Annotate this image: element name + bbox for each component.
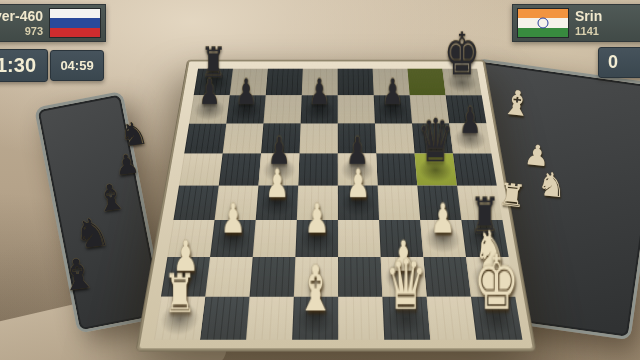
square-g8[interactable] [407, 69, 445, 95]
square-c8[interactable] [266, 69, 303, 95]
square-g2[interactable] [423, 257, 471, 297]
captured-white-rook: ♜ [497, 179, 528, 213]
square-e3[interactable] [338, 220, 381, 257]
square-h6[interactable]: ♟ [449, 123, 491, 153]
square-d6[interactable] [299, 123, 337, 153]
square-b7[interactable]: ♟ [226, 95, 265, 123]
square-b5[interactable] [219, 153, 261, 185]
captured-black-knight: ♞ [118, 116, 151, 152]
russia-flag-icon [49, 8, 101, 38]
white-rook-a1[interactable]: ♜ [163, 267, 196, 320]
square-d7[interactable]: ♟ [301, 95, 338, 123]
square-c2[interactable] [250, 257, 296, 297]
square-b1[interactable] [200, 297, 250, 340]
square-f5[interactable] [376, 153, 417, 185]
black-pawn-d7[interactable]: ♟ [308, 75, 330, 111]
white-pawn-b3[interactable]: ♟ [221, 199, 246, 240]
square-a6[interactable] [184, 123, 226, 153]
square-e4[interactable]: ♟ [338, 186, 379, 220]
player-name-left: yer-460 [0, 9, 43, 24]
black-queen-g5[interactable]: ♛ [417, 111, 454, 171]
white-pawn-e4[interactable]: ♟ [346, 165, 370, 204]
square-a7[interactable]: ♟ [189, 95, 230, 123]
player-rating-right: 1141 [575, 25, 602, 37]
game-clock-left: 04:59 [50, 50, 104, 81]
black-pawn-b7[interactable]: ♟ [235, 75, 257, 111]
square-f6[interactable] [375, 123, 415, 153]
square-f1[interactable]: ♛ [382, 297, 430, 340]
white-queen-f1[interactable]: ♛ [385, 251, 428, 320]
white-bishop-d1[interactable]: ♝ [296, 257, 335, 320]
black-king-h8[interactable]: ♚ [444, 24, 480, 83]
board-grid: ♜♚♟♟♟♟♟♟♟♛♟♟♟♟♟♜♟♟♞♜♝♛♚ [154, 69, 522, 340]
black-pawn-a7[interactable]: ♟ [199, 75, 221, 111]
player-panel-left: yer-460 973 [0, 4, 106, 42]
square-e7[interactable] [338, 95, 375, 123]
captured-white-bishop: ♝ [500, 84, 534, 121]
white-pawn-c4[interactable]: ♟ [265, 165, 289, 204]
white-king-h1[interactable]: ♚ [473, 245, 519, 320]
square-c4[interactable]: ♟ [256, 186, 298, 220]
square-a5[interactable] [179, 153, 223, 185]
player-name-right: Srin [575, 9, 602, 24]
square-h5[interactable] [453, 153, 497, 185]
square-a1[interactable]: ♜ [154, 297, 205, 340]
ashoka-chakra-icon [538, 18, 549, 29]
player-panel-right: Srin 1141 [512, 4, 640, 42]
square-h8[interactable]: ♚ [442, 69, 481, 95]
chess-board: ♜♚♟♟♟♟♟♟♟♛♟♟♟♟♟♜♟♟♞♜♝♛♚ [137, 60, 536, 350]
black-pawn-f7[interactable]: ♟ [382, 75, 404, 111]
captured-black-bishop: ♝ [56, 252, 99, 299]
player-rating-left: 973 [0, 25, 43, 37]
square-e1[interactable] [338, 297, 384, 340]
square-d1[interactable]: ♝ [292, 297, 338, 340]
india-flag-icon [517, 8, 569, 38]
square-g1[interactable] [427, 297, 477, 340]
black-pawn-h6[interactable]: ♟ [459, 103, 482, 140]
square-e8[interactable] [338, 69, 374, 95]
square-c1[interactable] [246, 297, 294, 340]
square-b2[interactable] [205, 257, 252, 297]
move-clock-left: 1:30 [0, 49, 48, 82]
game-clock-right: 0 [598, 47, 640, 78]
square-g5[interactable]: ♛ [415, 153, 457, 185]
square-f4[interactable] [378, 186, 421, 220]
square-b6[interactable] [223, 123, 264, 153]
white-pawn-d3[interactable]: ♟ [304, 199, 329, 240]
captured-white-knight: ♞ [536, 167, 569, 203]
square-b3[interactable]: ♟ [210, 220, 256, 257]
chess-app-screen: ♜♚♟♟♟♟♟♟♟♛♟♟♟♟♟♜♟♟♞♜♝♛♚ ♞♟♝♞♝♝♟♞♜ yer-46… [0, 0, 640, 360]
square-c3[interactable] [253, 220, 297, 257]
square-f7[interactable]: ♟ [374, 95, 412, 123]
white-pawn-g3[interactable]: ♟ [430, 199, 455, 240]
square-c7[interactable] [263, 95, 301, 123]
square-d3[interactable]: ♟ [295, 220, 338, 257]
square-a4[interactable] [173, 186, 218, 220]
square-h1[interactable]: ♚ [471, 297, 522, 340]
square-d5[interactable] [298, 153, 338, 185]
square-e2[interactable] [338, 257, 382, 297]
